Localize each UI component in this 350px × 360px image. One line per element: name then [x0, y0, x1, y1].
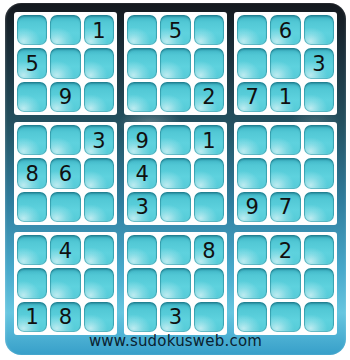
cell-r1c3[interactable]: 1	[84, 15, 114, 45]
cell-r1c6[interactable]	[194, 15, 224, 45]
cell-r7c6[interactable]: 8	[194, 235, 224, 265]
cell-r2c4[interactable]	[127, 48, 157, 78]
cell-r4c6[interactable]: 1	[194, 125, 224, 155]
box-8: 83	[124, 232, 227, 335]
given-digit: 9	[245, 197, 258, 218]
cell-r6c8[interactable]: 7	[270, 192, 300, 222]
cell-r7c7[interactable]	[237, 235, 267, 265]
cell-r8c5[interactable]	[160, 268, 190, 298]
given-digit: 3	[312, 54, 325, 75]
cell-r2c8[interactable]	[270, 48, 300, 78]
cell-r3c5[interactable]	[160, 82, 190, 112]
cell-r3c4[interactable]	[127, 82, 157, 112]
box-5: 9143	[124, 122, 227, 225]
box-1: 159	[14, 12, 117, 115]
footer-bar: www.sudokusweb.com	[5, 331, 346, 351]
cell-r3c9[interactable]	[304, 82, 334, 112]
cell-r3c6[interactable]: 2	[194, 82, 224, 112]
cell-r2c7[interactable]	[237, 48, 267, 78]
cell-r7c3[interactable]	[84, 235, 114, 265]
cell-r5c9[interactable]	[304, 158, 334, 188]
cell-r4c3[interactable]: 3	[84, 125, 114, 155]
given-digit: 8	[59, 307, 72, 328]
cell-r6c1[interactable]	[17, 192, 47, 222]
cell-r1c2[interactable]	[50, 15, 80, 45]
cell-r2c5[interactable]	[160, 48, 190, 78]
cell-r8c1[interactable]	[17, 268, 47, 298]
cell-r5c4[interactable]: 4	[127, 158, 157, 188]
cell-r1c4[interactable]	[127, 15, 157, 45]
cell-r2c1[interactable]: 5	[17, 48, 47, 78]
given-digit: 3	[135, 197, 148, 218]
cell-r5c7[interactable]	[237, 158, 267, 188]
cell-r8c7[interactable]	[237, 268, 267, 298]
cell-r9c7[interactable]	[237, 302, 267, 332]
given-digit: 3	[92, 131, 105, 152]
given-digit: 9	[59, 87, 72, 108]
given-digit: 6	[59, 164, 72, 185]
cell-r8c2[interactable]	[50, 268, 80, 298]
cell-r7c1[interactable]	[17, 235, 47, 265]
box-2: 52	[124, 12, 227, 115]
cell-r7c9[interactable]	[304, 235, 334, 265]
cell-r6c5[interactable]	[160, 192, 190, 222]
cell-r4c2[interactable]	[50, 125, 80, 155]
cell-r4c5[interactable]	[160, 125, 190, 155]
given-digit: 1	[202, 131, 215, 152]
given-digit: 4	[59, 241, 72, 262]
given-digit: 4	[135, 164, 148, 185]
box-3: 6371	[234, 12, 337, 115]
cell-r3c8[interactable]: 1	[270, 82, 300, 112]
cell-r4c7[interactable]	[237, 125, 267, 155]
cell-r3c1[interactable]	[17, 82, 47, 112]
cell-r4c4[interactable]: 9	[127, 125, 157, 155]
cell-r4c8[interactable]	[270, 125, 300, 155]
cell-r5c2[interactable]: 6	[50, 158, 80, 188]
cell-r8c9[interactable]	[304, 268, 334, 298]
cell-r5c6[interactable]	[194, 158, 224, 188]
cell-r9c5[interactable]: 3	[160, 302, 190, 332]
cell-r9c6[interactable]	[194, 302, 224, 332]
cell-r9c8[interactable]	[270, 302, 300, 332]
given-digit: 2	[202, 87, 215, 108]
board-frame: 159526371386914397418832 www.sudokusweb.…	[5, 3, 346, 355]
cell-r9c3[interactable]	[84, 302, 114, 332]
box-6: 97	[234, 122, 337, 225]
cell-r6c9[interactable]	[304, 192, 334, 222]
given-digit: 1	[25, 307, 38, 328]
cell-r7c5[interactable]	[160, 235, 190, 265]
given-digit: 1	[92, 21, 105, 42]
given-digit: 3	[169, 307, 182, 328]
cell-r5c5[interactable]	[160, 158, 190, 188]
cell-r2c3[interactable]	[84, 48, 114, 78]
cell-r2c6[interactable]	[194, 48, 224, 78]
cell-r7c4[interactable]	[127, 235, 157, 265]
given-digit: 7	[245, 87, 258, 108]
cell-r8c4[interactable]	[127, 268, 157, 298]
cell-r4c9[interactable]	[304, 125, 334, 155]
given-digit: 7	[279, 197, 292, 218]
sudoku-puzzle-screenshot: 159526371386914397418832 www.sudokusweb.…	[0, 0, 350, 360]
cell-r7c8[interactable]: 2	[270, 235, 300, 265]
cell-r6c7[interactable]: 9	[237, 192, 267, 222]
cell-r9c2[interactable]: 8	[50, 302, 80, 332]
cell-r6c4[interactable]: 3	[127, 192, 157, 222]
cell-r8c6[interactable]	[194, 268, 224, 298]
box-4: 386	[14, 122, 117, 225]
cell-r9c9[interactable]	[304, 302, 334, 332]
cell-r6c2[interactable]	[50, 192, 80, 222]
given-digit: 6	[279, 21, 292, 42]
cell-r3c7[interactable]: 7	[237, 82, 267, 112]
given-digit: 5	[25, 54, 38, 75]
given-digit: 8	[202, 241, 215, 262]
cell-r6c3[interactable]	[84, 192, 114, 222]
given-digit: 8	[25, 164, 38, 185]
cell-r1c8[interactable]: 6	[270, 15, 300, 45]
given-digit: 5	[169, 21, 182, 42]
cell-r4c1[interactable]	[17, 125, 47, 155]
cell-r3c2[interactable]: 9	[50, 82, 80, 112]
cell-r7c2[interactable]: 4	[50, 235, 80, 265]
given-digit: 9	[135, 131, 148, 152]
cell-r1c5[interactable]: 5	[160, 15, 190, 45]
box-9: 2	[234, 232, 337, 335]
cell-r2c9[interactable]: 3	[304, 48, 334, 78]
cell-r1c7[interactable]	[237, 15, 267, 45]
cell-r1c1[interactable]	[17, 15, 47, 45]
cell-r9c1[interactable]: 1	[17, 302, 47, 332]
cell-r3c3[interactable]	[84, 82, 114, 112]
cell-r2c2[interactable]	[50, 48, 80, 78]
cell-r5c1[interactable]: 8	[17, 158, 47, 188]
given-digit: 2	[279, 241, 292, 262]
cell-r5c3[interactable]	[84, 158, 114, 188]
cell-r8c3[interactable]	[84, 268, 114, 298]
cell-r5c8[interactable]	[270, 158, 300, 188]
cell-r8c8[interactable]	[270, 268, 300, 298]
sudoku-grid: 159526371386914397418832	[14, 12, 337, 335]
given-digit: 1	[279, 87, 292, 108]
cell-r1c9[interactable]	[304, 15, 334, 45]
box-7: 418	[14, 232, 117, 335]
site-url-link[interactable]: www.sudokusweb.com	[89, 332, 262, 350]
cell-r6c6[interactable]	[194, 192, 224, 222]
cell-r9c4[interactable]	[127, 302, 157, 332]
